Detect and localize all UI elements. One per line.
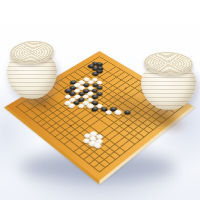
stone-bowl-left — [7, 41, 57, 99]
stone-bowl-right — [141, 52, 196, 110]
photo-scene — [0, 0, 200, 200]
